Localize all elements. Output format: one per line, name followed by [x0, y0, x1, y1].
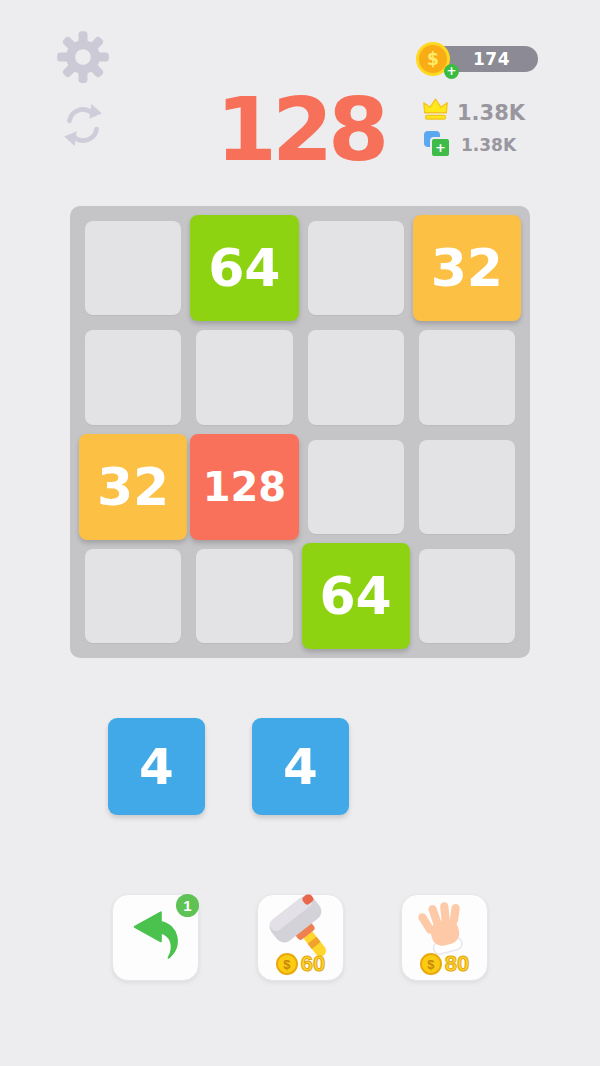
- tile-128[interactable]: 128: [190, 434, 298, 540]
- next-tiles: 44: [108, 718, 349, 815]
- empty-slot: [196, 549, 292, 643]
- board-cell-r2c3[interactable]: [306, 328, 406, 426]
- gear-icon: [56, 72, 110, 87]
- undo-button[interactable]: 1: [112, 894, 199, 981]
- best-score-value: 1.38K: [457, 101, 525, 125]
- empty-slot: [419, 330, 515, 424]
- empty-slot: [308, 221, 404, 315]
- hand-cost-value: 80: [445, 953, 469, 975]
- green-plus-square-icon: +: [430, 137, 451, 158]
- board-cell-r1c1[interactable]: [83, 219, 183, 317]
- crown-icon: [422, 98, 449, 127]
- settings-button[interactable]: [56, 30, 110, 84]
- coin-amount: 174: [473, 49, 510, 69]
- hammer-powerup-button[interactable]: $ 60: [257, 894, 344, 981]
- undo-arrow-icon: [125, 905, 187, 970]
- empty-slot: [85, 221, 181, 315]
- queue-tile-2[interactable]: 4: [252, 718, 349, 815]
- tile-64[interactable]: 64: [302, 543, 410, 649]
- current-score: 128: [216, 86, 385, 174]
- hammer-cost: $ 60: [258, 953, 343, 975]
- coin-icon: $ +: [416, 42, 450, 76]
- coin-icon-small: $: [276, 953, 298, 975]
- tiles-icon: +: [424, 131, 451, 158]
- empty-slot: [419, 440, 515, 534]
- board-cell-r1c2[interactable]: 64: [194, 219, 294, 317]
- hand-cost: $ 80: [402, 953, 487, 975]
- game-screen: 128 $ + 174 1.38K + 1.38K 64323212864 44…: [0, 0, 600, 1066]
- board-cell-r2c4[interactable]: [417, 328, 517, 426]
- undo-count-badge: 1: [176, 894, 199, 917]
- coin-icon-small: $: [420, 953, 442, 975]
- board-cell-r3c3[interactable]: [306, 438, 406, 536]
- tiles-count-stat: + 1.38K: [424, 131, 516, 158]
- empty-slot: [85, 330, 181, 424]
- tiles-count-value: 1.38K: [461, 135, 516, 155]
- board-cell-r4c4[interactable]: [417, 547, 517, 645]
- board-cell-r4c3[interactable]: 64: [306, 547, 406, 645]
- best-score-stat: 1.38K: [422, 98, 525, 127]
- board-cell-r3c1[interactable]: 32: [83, 438, 183, 536]
- board-cell-r2c1[interactable]: [83, 328, 183, 426]
- board-cell-r4c1[interactable]: [83, 547, 183, 645]
- tile-64[interactable]: 64: [190, 215, 298, 321]
- queue-tile-1[interactable]: 4: [108, 718, 205, 815]
- board-cell-r1c3[interactable]: [306, 219, 406, 317]
- tile-32[interactable]: 32: [79, 434, 187, 540]
- board-cell-r4c2[interactable]: [194, 547, 294, 645]
- board-cell-r3c2[interactable]: 128: [194, 438, 294, 536]
- coin-balance-pill[interactable]: $ + 174: [425, 46, 538, 72]
- refresh-icon: [60, 136, 106, 151]
- hand-powerup-button[interactable]: $ 80: [401, 894, 488, 981]
- board-cell-r2c2[interactable]: [194, 328, 294, 426]
- plus-badge-icon: +: [444, 64, 459, 79]
- empty-slot: [85, 549, 181, 643]
- board-cell-r3c4[interactable]: [417, 438, 517, 536]
- empty-slot: [196, 330, 292, 424]
- board: 64323212864: [70, 206, 530, 658]
- hammer-cost-value: 60: [301, 953, 325, 975]
- empty-slot: [308, 440, 404, 534]
- empty-slot: [419, 549, 515, 643]
- board-cell-r1c4[interactable]: 32: [417, 219, 517, 317]
- dollar-glyph: $: [427, 49, 439, 69]
- tile-32[interactable]: 32: [413, 215, 521, 321]
- restart-button[interactable]: [60, 102, 106, 148]
- empty-slot: [308, 330, 404, 424]
